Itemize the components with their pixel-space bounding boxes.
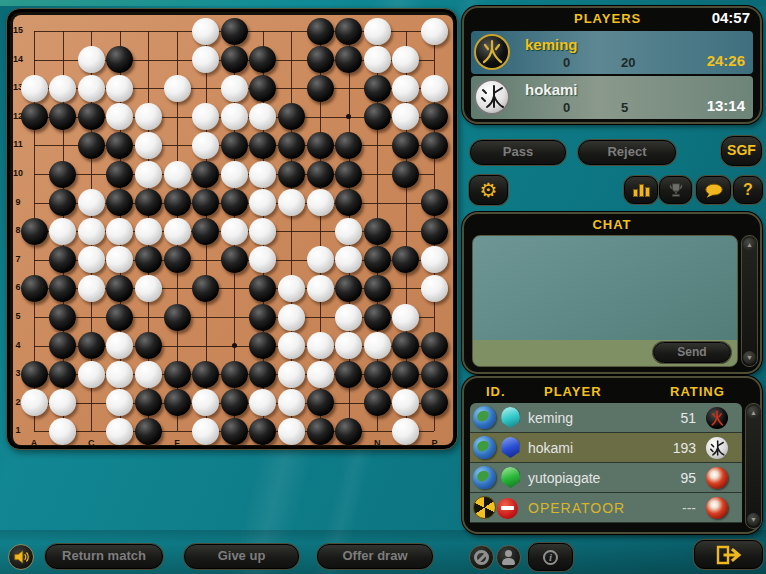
go-stone[interactable] (135, 132, 162, 159)
block-icon (474, 550, 489, 565)
trophy-button[interactable] (659, 176, 692, 204)
go-stone[interactable] (221, 246, 248, 273)
go-stone[interactable] (49, 75, 76, 102)
go-stone[interactable] (192, 389, 219, 416)
go-stone[interactable] (364, 304, 391, 331)
star-point (232, 343, 237, 348)
go-stone[interactable] (364, 389, 391, 416)
player-name-black: keming (525, 36, 578, 53)
help-button[interactable]: ? (733, 176, 763, 204)
list-player-rating: --- (648, 500, 696, 516)
no-entry-icon (497, 498, 518, 519)
info-icon: i (543, 550, 558, 565)
go-stone[interactable] (221, 46, 248, 73)
go-stone[interactable] (49, 332, 76, 359)
sgf-button[interactable]: SGF (721, 136, 762, 166)
go-stone[interactable] (21, 389, 48, 416)
go-stone[interactable] (49, 246, 76, 273)
go-stone[interactable] (278, 304, 305, 331)
go-stone[interactable] (364, 46, 391, 73)
go-stone[interactable] (421, 389, 448, 416)
list-row-yutopiagate[interactable]: yutopiagate 95 (470, 463, 742, 493)
column-header-id: ID. (486, 384, 506, 399)
go-stone[interactable] (278, 332, 305, 359)
go-stone[interactable] (49, 103, 76, 130)
go-stone[interactable] (221, 161, 248, 188)
go-stone[interactable] (221, 189, 248, 216)
go-stone[interactable] (249, 389, 276, 416)
go-stone[interactable] (106, 418, 133, 445)
go-stone[interactable] (335, 418, 362, 445)
go-stone[interactable] (21, 75, 48, 102)
give-up-button[interactable]: Give up (184, 544, 299, 569)
go-stone[interactable] (307, 418, 334, 445)
go-stone[interactable] (249, 418, 276, 445)
go-stone[interactable] (421, 275, 448, 302)
fan-icon (473, 496, 496, 519)
list-player-rating: 51 (648, 410, 696, 426)
go-stone[interactable] (335, 304, 362, 331)
go-stone[interactable] (249, 218, 276, 245)
go-stone[interactable] (221, 75, 248, 102)
go-stone[interactable] (335, 18, 362, 45)
go-stone[interactable] (392, 304, 419, 331)
go-stone[interactable] (221, 132, 248, 159)
go-stone[interactable] (192, 18, 219, 45)
board-coordinate: 7 (9, 254, 27, 264)
go-stone[interactable] (164, 389, 191, 416)
go-stone[interactable] (78, 275, 105, 302)
go-stone[interactable] (192, 189, 219, 216)
go-stone[interactable] (392, 161, 419, 188)
shield-blue-icon (501, 437, 520, 458)
go-stone[interactable] (106, 46, 133, 73)
go-stone[interactable] (307, 189, 334, 216)
go-stone[interactable] (307, 246, 334, 273)
go-stone[interactable] (278, 418, 305, 445)
player-black-stat2: 20 (621, 55, 635, 70)
go-stone[interactable] (249, 332, 276, 359)
white-stone-avatar (474, 79, 510, 115)
go-stone[interactable] (135, 361, 162, 388)
go-stone[interactable] (21, 218, 48, 245)
go-board-grid[interactable]: 15A14B13C12D11E10F9G8H7J6K5L4M3N2O1P (13, 15, 453, 445)
trophy-icon (667, 181, 685, 199)
go-stone[interactable] (249, 246, 276, 273)
go-stone[interactable] (192, 275, 219, 302)
red-eye-icon (706, 467, 728, 489)
go-stone[interactable] (49, 189, 76, 216)
go-stone[interactable] (335, 246, 362, 273)
go-stone[interactable] (135, 103, 162, 130)
go-stone[interactable] (106, 161, 133, 188)
go-stone[interactable] (392, 132, 419, 159)
player-list-panel: ID. PLAYER RATING keming 51 hokami 193 (462, 376, 762, 534)
globe-icon (473, 436, 496, 459)
go-stone[interactable] (392, 246, 419, 273)
chat-messages-area[interactable]: Send (472, 235, 738, 367)
go-stone[interactable] (106, 103, 133, 130)
go-stone[interactable] (392, 361, 419, 388)
go-stone[interactable] (307, 18, 334, 45)
go-stone[interactable] (164, 75, 191, 102)
go-stone[interactable] (78, 246, 105, 273)
go-stone[interactable] (335, 361, 362, 388)
go-stone[interactable] (106, 218, 133, 245)
go-stone[interactable] (106, 75, 133, 102)
speaker-icon (12, 548, 30, 566)
ice-char-icon (476, 81, 508, 113)
board-coordinate: 1 (9, 425, 27, 435)
go-stone[interactable] (278, 389, 305, 416)
go-stone[interactable] (421, 18, 448, 45)
go-stone[interactable] (335, 275, 362, 302)
board-coordinate: N (368, 438, 386, 448)
go-stone[interactable] (335, 161, 362, 188)
go-stone[interactable] (249, 304, 276, 331)
go-stone[interactable] (106, 132, 133, 159)
board-coordinate: 5 (9, 311, 27, 321)
list-row-hokami[interactable]: hokami 193 (470, 433, 742, 463)
go-stone[interactable] (249, 189, 276, 216)
pass-button[interactable]: Pass (470, 140, 566, 165)
player-black-time: 24:26 (707, 52, 745, 69)
go-stone[interactable] (335, 218, 362, 245)
go-stone[interactable] (21, 103, 48, 130)
go-board-frame: 15A14B13C12D11E10F9G8H7J6K5L4M3N2O1P (6, 8, 458, 450)
player-white-time: 13:14 (707, 97, 745, 114)
go-stone[interactable] (135, 246, 162, 273)
go-stone[interactable] (249, 46, 276, 73)
go-stone[interactable] (21, 361, 48, 388)
list-player-name: keming (528, 410, 573, 426)
go-stone[interactable] (278, 361, 305, 388)
go-stone[interactable] (364, 75, 391, 102)
go-stone[interactable] (249, 161, 276, 188)
return-match-button[interactable]: Return match (45, 544, 163, 569)
chat-bubble-button[interactable] (696, 176, 731, 204)
go-stone[interactable] (421, 132, 448, 159)
go-stone[interactable] (364, 275, 391, 302)
go-stone[interactable] (278, 132, 305, 159)
go-stone[interactable] (106, 304, 133, 331)
go-stone[interactable] (421, 189, 448, 216)
go-stone[interactable] (278, 161, 305, 188)
go-stone[interactable] (364, 246, 391, 273)
chat-scrollbar[interactable]: ▲ ▼ (741, 235, 758, 367)
chat-panel-title: CHAT (464, 217, 760, 232)
go-stone[interactable] (221, 418, 248, 445)
go-stone[interactable] (249, 275, 276, 302)
go-stone[interactable] (335, 132, 362, 159)
list-player-rating: 95 (648, 470, 696, 486)
board-coordinate: 14 (9, 54, 27, 64)
go-stone[interactable] (221, 18, 248, 45)
list-player-rating: 193 (648, 440, 696, 456)
person-icon (501, 550, 516, 565)
board-coordinate: C (82, 438, 100, 448)
go-stone[interactable] (307, 332, 334, 359)
go-stone[interactable] (21, 275, 48, 302)
exit-button[interactable] (694, 540, 763, 569)
go-stone[interactable] (192, 218, 219, 245)
player-white-stat1: 0 (563, 100, 570, 115)
go-stone[interactable] (249, 361, 276, 388)
go-client-window: 15A14B13C12D11E10F9G8H7J6K5L4M3N2O1P PLA… (0, 0, 766, 574)
settings-button[interactable]: ⚙ (469, 175, 508, 205)
players-panel: PLAYERS 04:57 keming 0 20 24:26 (462, 6, 762, 124)
go-stone[interactable] (364, 218, 391, 245)
go-stone[interactable] (364, 18, 391, 45)
go-stone[interactable] (78, 46, 105, 73)
go-stone[interactable] (335, 46, 362, 73)
send-button[interactable]: Send (653, 342, 731, 363)
board-coordinate: 11 (9, 139, 27, 149)
go-stone[interactable] (164, 218, 191, 245)
go-stone[interactable] (278, 275, 305, 302)
go-stone[interactable] (49, 275, 76, 302)
speech-bubble-icon (704, 182, 724, 199)
list-player-name: hokami (528, 440, 573, 456)
go-stone[interactable] (164, 246, 191, 273)
user-profile-button[interactable] (496, 545, 521, 570)
go-stone[interactable] (78, 189, 105, 216)
go-stone[interactable] (364, 332, 391, 359)
scroll-up-icon[interactable]: ▲ (747, 406, 760, 419)
go-stone[interactable] (392, 103, 419, 130)
go-stone[interactable] (249, 103, 276, 130)
player-row-white[interactable]: hokami 0 5 13:14 (471, 76, 753, 119)
sound-button[interactable] (8, 544, 34, 570)
go-stone[interactable] (106, 361, 133, 388)
go-stone[interactable] (421, 246, 448, 273)
board-coordinate: P (425, 438, 443, 448)
go-stone[interactable] (392, 389, 419, 416)
go-stone[interactable] (307, 389, 334, 416)
star-point (346, 114, 351, 119)
go-stone[interactable] (78, 103, 105, 130)
list-scrollbar[interactable]: ▲ ▼ (745, 403, 762, 529)
chat-panel: CHAT Send ▲ ▼ (462, 212, 762, 374)
board-coordinate: 10 (9, 168, 27, 178)
go-stone[interactable] (135, 275, 162, 302)
go-stone[interactable] (421, 218, 448, 245)
go-stone[interactable] (192, 361, 219, 388)
go-stone[interactable] (421, 75, 448, 102)
go-stone[interactable] (135, 161, 162, 188)
go-stone[interactable] (221, 218, 248, 245)
go-stone[interactable] (106, 389, 133, 416)
player-black-stat1: 0 (563, 55, 570, 70)
go-stone[interactable] (106, 332, 133, 359)
go-stone[interactable] (49, 304, 76, 331)
go-stone[interactable] (278, 103, 305, 130)
list-row-keming[interactable]: keming 51 (470, 403, 742, 433)
list-player-name: yutopiagate (528, 470, 600, 486)
block-user-button[interactable] (469, 545, 494, 570)
go-stone[interactable] (249, 75, 276, 102)
game-clock: 04:57 (712, 9, 750, 26)
go-stone[interactable] (307, 161, 334, 188)
go-stone[interactable] (106, 189, 133, 216)
shield-green-icon (501, 467, 520, 488)
go-stone[interactable] (192, 46, 219, 73)
scroll-up-icon[interactable]: ▲ (743, 238, 756, 251)
go-stone[interactable] (307, 75, 334, 102)
go-stone[interactable] (249, 132, 276, 159)
go-stone[interactable] (278, 189, 305, 216)
go-stone[interactable] (135, 389, 162, 416)
go-stone[interactable] (192, 132, 219, 159)
go-stone[interactable] (307, 46, 334, 73)
go-stone[interactable] (135, 218, 162, 245)
go-stone[interactable] (364, 103, 391, 130)
question-mark-icon: ? (743, 181, 753, 199)
exit-door-arrow-icon (716, 545, 742, 565)
player-row-black[interactable]: keming 0 20 24:26 (471, 31, 753, 74)
go-stone[interactable] (49, 418, 76, 445)
list-player-name: OPERATOOR (528, 500, 625, 516)
go-stone[interactable] (135, 189, 162, 216)
go-stone[interactable] (221, 361, 248, 388)
go-stone[interactable] (307, 275, 334, 302)
go-stone[interactable] (164, 304, 191, 331)
black-stone-badge-icon (706, 407, 728, 429)
board-coordinate: 15 (9, 25, 27, 35)
go-stone[interactable] (49, 361, 76, 388)
offer-draw-button[interactable]: Offer draw (317, 544, 433, 569)
go-stone[interactable] (192, 418, 219, 445)
board-coordinate: 4 (9, 340, 27, 350)
go-stone[interactable] (364, 361, 391, 388)
column-header-rating: RATING (670, 384, 725, 399)
go-stone[interactable] (49, 161, 76, 188)
go-stone[interactable] (421, 361, 448, 388)
go-stone[interactable] (221, 103, 248, 130)
podium-icon (633, 184, 650, 197)
white-stone-badge-icon (706, 437, 728, 459)
player-name-white: hokami (525, 81, 578, 98)
go-stone[interactable] (192, 103, 219, 130)
go-stone[interactable] (49, 218, 76, 245)
globe-icon (473, 406, 496, 429)
go-stone[interactable] (392, 418, 419, 445)
gear-icon: ⚙ (480, 178, 498, 202)
go-stone[interactable] (78, 361, 105, 388)
go-stone[interactable] (78, 332, 105, 359)
go-stone[interactable] (335, 332, 362, 359)
scroll-down-icon[interactable]: ▼ (743, 351, 756, 364)
go-stone[interactable] (192, 161, 219, 188)
go-stone[interactable] (78, 132, 105, 159)
go-stone[interactable] (106, 246, 133, 273)
go-stone[interactable] (392, 75, 419, 102)
go-stone[interactable] (164, 189, 191, 216)
go-stone[interactable] (78, 75, 105, 102)
go-stone[interactable] (49, 389, 76, 416)
globe-icon (473, 466, 496, 489)
reject-button[interactable]: Reject (578, 140, 676, 165)
go-stone[interactable] (78, 218, 105, 245)
go-stone[interactable] (335, 189, 362, 216)
red-eye-icon (706, 497, 728, 519)
go-stone[interactable] (164, 361, 191, 388)
info-button[interactable]: i (528, 543, 573, 571)
go-stone[interactable] (307, 361, 334, 388)
go-stone[interactable] (392, 46, 419, 73)
go-stone[interactable] (164, 161, 191, 188)
go-stone[interactable] (221, 389, 248, 416)
column-header-player: PLAYER (544, 384, 602, 399)
go-stone[interactable] (421, 332, 448, 359)
go-stone[interactable] (307, 132, 334, 159)
player-white-stat2: 5 (621, 100, 628, 115)
go-stone[interactable] (392, 332, 419, 359)
scroll-down-icon[interactable]: ▼ (747, 513, 760, 526)
go-stone[interactable] (106, 275, 133, 302)
fire-char-icon (476, 36, 508, 68)
go-stone[interactable] (135, 418, 162, 445)
black-stone-avatar (474, 34, 510, 70)
players-panel-title: PLAYERS (574, 11, 641, 26)
board-coordinate: F (168, 438, 186, 448)
go-stone[interactable] (135, 332, 162, 359)
list-row-operatoor[interactable]: OPERATOOR --- (470, 493, 742, 523)
board-coordinate: 9 (9, 197, 27, 207)
shield-cyan-icon (501, 407, 520, 428)
go-stone[interactable] (421, 103, 448, 130)
board-coordinate: A (25, 438, 43, 448)
ranking-button[interactable] (624, 176, 658, 204)
